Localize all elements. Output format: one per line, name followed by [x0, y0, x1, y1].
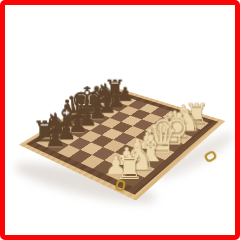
piece-white-rook-a1: ♜ [101, 151, 158, 184]
chess-board-frame: ♜♟♟♜♞♟♟♞♝♟♟♝♚♟♟♚♛♟♟♛♝♟♟♝♞♟♟♞♜♟♟♜ [26, 90, 218, 195]
product-photo-frame: ♜♟♟♜♞♟♟♞♝♟♟♝♚♟♟♚♛♟♟♛♝♟♟♝♞♟♟♞♜♟♟♜ [0, 0, 240, 240]
board-grid: ♜♟♟♜♞♟♟♞♝♟♟♝♚♟♟♚♛♟♟♛♝♟♟♝♞♟♟♞♜♟♟♜ [36, 94, 208, 187]
chess-scene: ♜♟♟♜♞♟♟♞♝♟♟♝♚♟♟♚♛♟♟♛♝♟♟♝♞♟♟♞♜♟♟♜ [0, 0, 240, 240]
